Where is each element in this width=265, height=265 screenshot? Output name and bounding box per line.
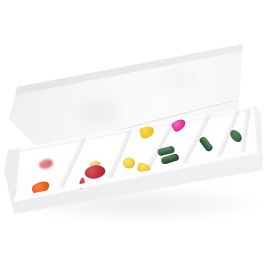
lid-reflection-smudge — [78, 100, 118, 126]
lid-reflection-smudge — [160, 68, 194, 90]
pill-yellow-round-pill — [123, 158, 135, 169]
pill-organizer-photo — [0, 0, 265, 265]
